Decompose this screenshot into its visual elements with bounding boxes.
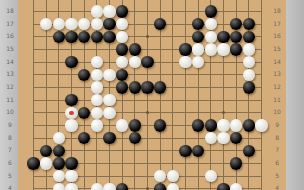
stone-black[interactable]	[230, 157, 242, 169]
hoshi-point	[146, 35, 149, 38]
stone-white[interactable]	[40, 157, 52, 169]
go-board[interactable]: 1919181817171616151514141313121211111010…	[18, 0, 286, 190]
stone-black[interactable]	[65, 157, 77, 169]
grid-line-vertical	[134, 0, 135, 190]
stone-black[interactable]	[243, 145, 255, 157]
stone-white[interactable]	[91, 94, 103, 106]
stone-black[interactable]	[116, 183, 128, 190]
stone-white[interactable]	[116, 18, 128, 30]
stone-white[interactable]	[154, 170, 166, 182]
stone-white[interactable]	[53, 132, 65, 144]
row-label-left: 9	[5, 122, 15, 128]
stone-black[interactable]	[217, 183, 229, 190]
stone-black[interactable]	[154, 18, 166, 30]
stone-black[interactable]	[243, 31, 255, 43]
stone-black[interactable]	[53, 157, 65, 169]
stone-black[interactable]	[243, 18, 255, 30]
stone-white[interactable]	[91, 5, 103, 17]
row-label-right: 4	[272, 185, 282, 190]
row-label-right: 17	[272, 21, 282, 27]
row-label-left: 6	[5, 160, 15, 166]
stone-white[interactable]	[91, 69, 103, 81]
row-label-left: 17	[5, 21, 15, 27]
row-label-left: 19	[5, 0, 15, 1]
stone-white[interactable]	[65, 170, 77, 182]
stone-black[interactable]	[53, 145, 65, 157]
row-label-left: 7	[5, 147, 15, 153]
stone-black[interactable]	[116, 5, 128, 17]
stone-white[interactable]	[129, 56, 141, 68]
grid-line-horizontal	[33, 11, 262, 12]
row-label-right: 5	[272, 173, 282, 179]
stone-white[interactable]	[91, 18, 103, 30]
grid-line-vertical	[172, 0, 173, 190]
stone-black[interactable]	[243, 119, 255, 131]
stone-white[interactable]	[116, 119, 128, 131]
stone-white[interactable]	[230, 119, 242, 131]
stone-black[interactable]	[243, 81, 255, 93]
stone-black[interactable]	[91, 31, 103, 43]
row-label-right: 15	[272, 46, 282, 52]
stone-black[interactable]	[192, 18, 204, 30]
stone-black[interactable]	[65, 31, 77, 43]
row-label-right: 6	[272, 160, 282, 166]
stone-black[interactable]	[78, 132, 90, 144]
stone-black[interactable]	[179, 145, 191, 157]
stone-black[interactable]	[179, 43, 191, 55]
stone-white[interactable]	[78, 18, 90, 30]
row-label-right: 13	[272, 71, 282, 77]
grid-line-horizontal	[33, 150, 262, 151]
stone-black[interactable]	[129, 43, 141, 55]
stone-black[interactable]	[154, 119, 166, 131]
row-label-left: 14	[5, 59, 15, 65]
stone-white[interactable]	[91, 183, 103, 190]
row-label-left: 5	[5, 173, 15, 179]
stone-black[interactable]	[192, 31, 204, 43]
stone-white[interactable]	[205, 170, 217, 182]
stone-white[interactable]	[65, 107, 77, 119]
row-label-right: 16	[272, 33, 282, 39]
stone-white[interactable]	[91, 107, 103, 119]
stone-black[interactable]	[230, 132, 242, 144]
stone-white[interactable]	[116, 31, 128, 43]
stone-white[interactable]	[103, 69, 115, 81]
row-label-left: 10	[5, 109, 15, 115]
stone-white[interactable]	[103, 107, 115, 119]
stone-white[interactable]	[243, 56, 255, 68]
stone-black[interactable]	[230, 43, 242, 55]
row-label-right: 12	[272, 84, 282, 90]
stone-black[interactable]	[65, 94, 77, 106]
stone-black[interactable]	[116, 43, 128, 55]
hoshi-point	[222, 111, 225, 114]
stone-white[interactable]	[230, 183, 242, 190]
stone-black[interactable]	[217, 31, 229, 43]
stone-black[interactable]	[230, 18, 242, 30]
stone-white[interactable]	[65, 119, 77, 131]
row-label-right: 18	[272, 8, 282, 14]
last-move-marker	[69, 111, 74, 116]
stone-white[interactable]	[91, 81, 103, 93]
stone-black[interactable]	[154, 81, 166, 93]
stone-white[interactable]	[53, 18, 65, 30]
stone-black[interactable]	[192, 145, 204, 157]
row-label-left: 12	[5, 84, 15, 90]
stone-black[interactable]	[141, 56, 153, 68]
stone-white[interactable]	[116, 56, 128, 68]
grid-line-horizontal	[33, 74, 262, 75]
stone-black[interactable]	[205, 119, 217, 131]
row-label-left: 8	[5, 135, 15, 141]
stone-white[interactable]	[217, 132, 229, 144]
stone-black[interactable]	[129, 119, 141, 131]
stone-black[interactable]	[116, 69, 128, 81]
stone-white[interactable]	[91, 119, 103, 131]
row-label-left: 11	[5, 97, 15, 103]
grid-line-vertical	[261, 0, 262, 190]
go-app-screen: 1919181817171616151514141313121211111010…	[0, 0, 304, 190]
stone-black[interactable]	[154, 183, 166, 190]
stone-white[interactable]	[103, 5, 115, 17]
stone-white[interactable]	[255, 119, 267, 131]
row-label-right: 19	[272, 0, 282, 1]
stone-white[interactable]	[192, 43, 204, 55]
stone-white[interactable]	[205, 18, 217, 30]
stone-black[interactable]	[103, 31, 115, 43]
stone-white[interactable]	[217, 43, 229, 55]
stone-white[interactable]	[205, 43, 217, 55]
row-label-right: 8	[272, 135, 282, 141]
stone-black[interactable]	[192, 119, 204, 131]
stone-black[interactable]	[78, 69, 90, 81]
stone-white[interactable]	[65, 183, 77, 190]
row-label-left: 15	[5, 46, 15, 52]
stone-black[interactable]	[40, 145, 52, 157]
stone-black[interactable]	[78, 31, 90, 43]
grid-line-vertical	[223, 0, 224, 190]
stone-black[interactable]	[53, 31, 65, 43]
stone-white[interactable]	[205, 132, 217, 144]
row-label-left: 18	[5, 8, 15, 14]
stone-black[interactable]	[103, 132, 115, 144]
stone-white[interactable]	[179, 56, 191, 68]
stone-white[interactable]	[91, 56, 103, 68]
stone-black[interactable]	[129, 132, 141, 144]
stone-black[interactable]	[129, 81, 141, 93]
stone-white[interactable]	[103, 94, 115, 106]
stone-white[interactable]	[65, 18, 77, 30]
stone-black[interactable]	[141, 81, 153, 93]
hoshi-point	[146, 187, 149, 190]
row-label-left: 13	[5, 71, 15, 77]
stone-white[interactable]	[167, 183, 179, 190]
stone-white[interactable]	[205, 31, 217, 43]
stone-white[interactable]	[53, 183, 65, 190]
row-label-right: 14	[272, 59, 282, 65]
stone-black[interactable]	[65, 56, 77, 68]
row-label-left: 16	[5, 33, 15, 39]
grid-line-vertical	[147, 0, 148, 190]
stone-white[interactable]	[40, 18, 52, 30]
stone-white[interactable]	[167, 170, 179, 182]
stone-black[interactable]	[78, 107, 90, 119]
stone-white[interactable]	[53, 170, 65, 182]
hoshi-point	[146, 111, 149, 114]
row-label-right: 9	[272, 122, 282, 128]
row-label-left: 4	[5, 185, 15, 190]
stone-white[interactable]	[217, 119, 229, 131]
stone-black[interactable]	[205, 5, 217, 17]
row-label-right: 10	[272, 109, 282, 115]
stone-white[interactable]	[103, 183, 115, 190]
stone-black[interactable]	[27, 157, 39, 169]
row-label-right: 7	[272, 147, 282, 153]
grid-line-vertical	[185, 0, 186, 190]
right-gutter	[286, 0, 304, 190]
stone-white[interactable]	[243, 69, 255, 81]
stone-white[interactable]	[243, 43, 255, 55]
row-label-right: 11	[272, 97, 282, 103]
stone-black[interactable]	[230, 31, 242, 43]
stone-black[interactable]	[103, 18, 115, 30]
stone-white[interactable]	[192, 56, 204, 68]
stone-black[interactable]	[116, 81, 128, 93]
